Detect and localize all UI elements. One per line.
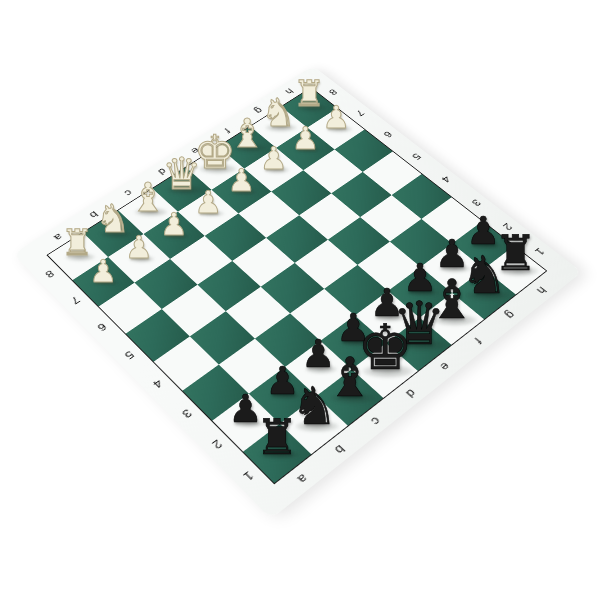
piece-white-pawn-b7[interactable]: ♟ — [125, 232, 153, 263]
product-photo: aa88bb77cc66dd55ee44ff33gg22hh11 ♜♞♟♝♟♚♟… — [0, 0, 600, 600]
file-label-bottom-g: g — [497, 305, 523, 325]
piece-white-pawn-d7[interactable]: ♟ — [194, 186, 222, 217]
piece-white-rook-h8[interactable]: ♜ — [293, 76, 325, 112]
file-label-bottom-e: e — [431, 355, 457, 377]
piece-white-pawn-c7[interactable]: ♟ — [160, 209, 188, 240]
file-label-bottom-h: h — [528, 280, 553, 300]
piece-white-pawn-f7[interactable]: ♟ — [260, 143, 288, 174]
rank-label-left-8: 8 — [37, 265, 61, 284]
piece-black-rook-a1[interactable]: ♜ — [255, 412, 299, 461]
piece-white-pawn-e7[interactable]: ♟ — [227, 164, 255, 195]
file-label-bottom-d: d — [397, 382, 424, 404]
piece-white-pawn-g7[interactable]: ♟ — [291, 122, 319, 153]
piece-white-pawn-h7[interactable]: ♟ — [322, 102, 350, 133]
file-label-bottom-f: f — [465, 330, 491, 351]
piece-white-pawn-a7[interactable]: ♟ — [89, 255, 117, 286]
rank-label-left-7: 7 — [62, 290, 87, 310]
